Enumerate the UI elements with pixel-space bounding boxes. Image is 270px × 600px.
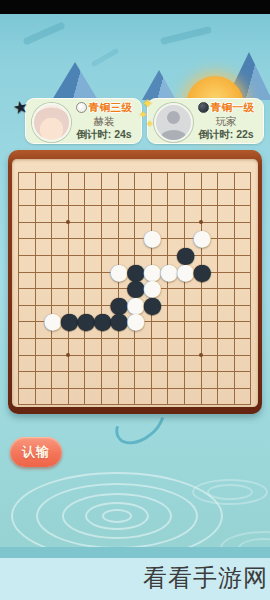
white-stone: ● bbox=[126, 313, 143, 330]
app-screen: ★ 青铜三级 赫装 倒计时: 24s ✦ ✦ ✦ 青铜一级 玩家 倒计时: 22… bbox=[0, 0, 270, 600]
game-board[interactable]: ●●●●●●●●●●●●●●●●●●●● bbox=[12, 159, 258, 407]
white-stone: ● bbox=[143, 280, 160, 297]
white-stone: ● bbox=[159, 264, 176, 281]
black-stone: ● bbox=[76, 313, 93, 330]
countdown-right: 倒计时: 22s bbox=[192, 128, 260, 141]
white-stone: ● bbox=[193, 230, 210, 247]
rank-badge-left: 青铜三级 bbox=[89, 101, 133, 115]
player-card-right: 青铜一级 玩家 倒计时: 22s bbox=[147, 98, 264, 144]
star-point bbox=[133, 287, 137, 291]
black-stone: ● bbox=[176, 247, 193, 264]
black-stone: ● bbox=[143, 297, 160, 314]
black-stone: ● bbox=[93, 313, 110, 330]
black-stone-icon bbox=[198, 102, 209, 113]
white-stone: ● bbox=[43, 313, 60, 330]
white-stone: ● bbox=[110, 264, 127, 281]
water-ripple bbox=[207, 484, 253, 500]
white-stone: ● bbox=[143, 264, 160, 281]
star-point bbox=[66, 220, 70, 224]
white-stone: ● bbox=[126, 297, 143, 314]
white-stone-icon bbox=[76, 102, 87, 113]
black-stone: ● bbox=[193, 264, 210, 281]
countdown-left: 倒计时: 24s bbox=[70, 128, 138, 141]
watermark-text: 看看手游网 bbox=[143, 562, 268, 594]
player-name-right: 玩家 bbox=[192, 115, 260, 128]
black-stone: ● bbox=[126, 264, 143, 281]
rank-badge-right: 青铜一级 bbox=[211, 101, 255, 115]
star-point bbox=[66, 353, 70, 357]
white-stone: ● bbox=[176, 264, 193, 281]
resign-button[interactable]: 认输 bbox=[10, 437, 62, 467]
board-grid[interactable]: ●●●●●●●●●●●●●●●●●●●● bbox=[18, 172, 251, 405]
player-card-left: 青铜三级 赫装 倒计时: 24s bbox=[25, 98, 142, 144]
sparkle-icons: ✦ ✦ ✦ bbox=[140, 98, 160, 134]
black-stone: ● bbox=[110, 313, 127, 330]
mountain-decoration bbox=[52, 62, 98, 100]
black-stone: ● bbox=[110, 297, 127, 314]
star-point bbox=[199, 220, 203, 224]
player-name-left: 赫装 bbox=[70, 115, 138, 128]
status-bar bbox=[0, 0, 270, 14]
leaf-decoration bbox=[160, 26, 212, 45]
black-stone: ● bbox=[60, 313, 77, 330]
white-stone: ● bbox=[143, 230, 160, 247]
leaf-decoration bbox=[91, 48, 119, 67]
leaf-decoration bbox=[22, 21, 65, 45]
board-frame: ●●●●●●●●●●●●●●●●●●●● bbox=[8, 150, 262, 414]
avatar-left bbox=[32, 103, 71, 142]
water-ripple bbox=[102, 509, 132, 523]
star-point bbox=[199, 353, 203, 357]
